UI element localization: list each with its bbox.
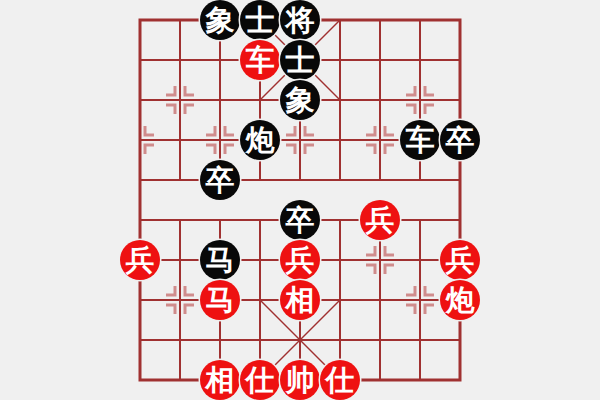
red-cannon[interactable]: 炮	[440, 280, 480, 320]
red-elephant[interactable]: 相	[280, 280, 320, 320]
red-soldier[interactable]: 兵	[120, 240, 160, 280]
black-soldier[interactable]: 卒	[200, 160, 240, 200]
red-horse[interactable]: 马	[200, 280, 240, 320]
black-chariot[interactable]: 车	[400, 120, 440, 160]
black-advisor[interactable]: 士	[240, 0, 280, 40]
red-chariot[interactable]: 车	[240, 40, 280, 80]
black-elephant[interactable]: 象	[200, 0, 240, 40]
red-elephant[interactable]: 相	[200, 360, 240, 400]
black-soldier[interactable]: 卒	[440, 120, 480, 160]
pieces-layer: 象士将车士象炮车卒卒卒兵兵马兵兵马相炮相仕帅仕	[0, 0, 600, 400]
black-elephant[interactable]: 象	[280, 80, 320, 120]
black-general[interactable]: 将	[280, 0, 320, 40]
black-advisor[interactable]: 士	[280, 40, 320, 80]
red-soldier[interactable]: 兵	[440, 240, 480, 280]
black-horse[interactable]: 马	[200, 240, 240, 280]
red-general[interactable]: 帅	[280, 360, 320, 400]
red-advisor[interactable]: 仕	[320, 360, 360, 400]
red-soldier[interactable]: 兵	[280, 240, 320, 280]
red-soldier[interactable]: 兵	[360, 200, 400, 240]
black-soldier[interactable]: 卒	[280, 200, 320, 240]
black-cannon[interactable]: 炮	[240, 120, 280, 160]
red-advisor[interactable]: 仕	[240, 360, 280, 400]
xiangqi-board: 象士将车士象炮车卒卒卒兵兵马兵兵马相炮相仕帅仕	[0, 0, 600, 400]
